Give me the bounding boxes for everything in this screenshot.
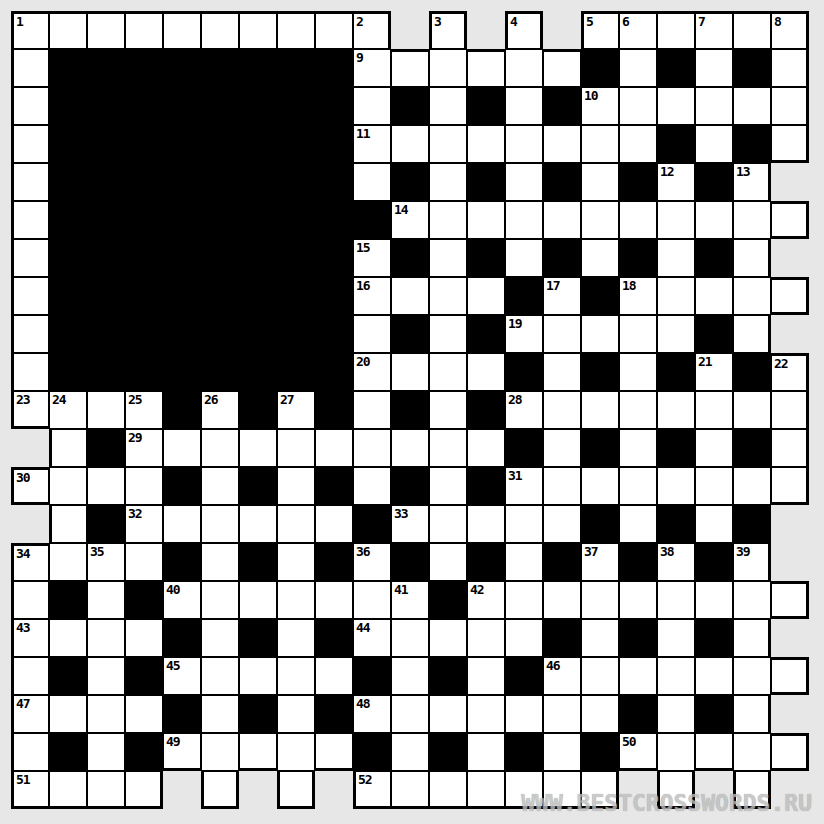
white-cell[interactable]	[581, 125, 619, 163]
white-cell[interactable]	[695, 201, 733, 239]
black-cell	[391, 315, 429, 353]
black-cell	[163, 125, 201, 163]
white-cell[interactable]	[11, 49, 49, 87]
white-cell[interactable]: 27	[277, 391, 315, 429]
white-cell[interactable]	[581, 163, 619, 201]
white-cell[interactable]	[353, 429, 391, 467]
white-cell[interactable]	[581, 619, 619, 657]
black-cell	[49, 163, 87, 201]
white-cell[interactable]: 36	[353, 543, 391, 581]
white-cell[interactable]	[391, 619, 429, 657]
clue-number: 46	[546, 658, 560, 673]
clue-number: 52	[358, 772, 372, 787]
white-cell[interactable]	[353, 87, 391, 125]
white-cell[interactable]	[201, 619, 239, 657]
white-cell[interactable]	[733, 467, 771, 505]
white-cell[interactable]	[581, 391, 619, 429]
white-cell[interactable]: 25	[125, 391, 163, 429]
white-cell[interactable]	[771, 49, 809, 87]
white-cell[interactable]	[11, 163, 49, 201]
white-cell[interactable]	[87, 657, 125, 695]
clue-number: 10	[584, 88, 598, 103]
white-cell[interactable]: 49	[163, 733, 201, 771]
white-cell[interactable]	[581, 695, 619, 733]
white-cell[interactable]	[315, 429, 353, 467]
white-cell[interactable]	[543, 429, 581, 467]
white-cell[interactable]	[277, 581, 315, 619]
clue-number: 1	[16, 14, 23, 29]
white-cell[interactable]: 24	[49, 391, 87, 429]
black-cell	[49, 733, 87, 771]
white-cell[interactable]	[49, 695, 87, 733]
white-cell[interactable]	[543, 49, 581, 87]
white-cell[interactable]	[277, 771, 315, 809]
white-cell[interactable]	[277, 11, 315, 49]
white-cell[interactable]	[87, 581, 125, 619]
white-cell[interactable]	[429, 543, 467, 581]
white-cell[interactable]	[277, 543, 315, 581]
white-cell[interactable]	[315, 11, 353, 49]
white-cell[interactable]	[201, 505, 239, 543]
white-cell[interactable]	[733, 657, 771, 695]
white-cell[interactable]	[277, 505, 315, 543]
white-cell[interactable]	[543, 733, 581, 771]
black-cell	[619, 695, 657, 733]
black-cell	[429, 657, 467, 695]
white-cell[interactable]	[505, 239, 543, 277]
white-cell[interactable]	[505, 87, 543, 125]
white-cell[interactable]	[543, 353, 581, 391]
white-cell[interactable]	[619, 391, 657, 429]
white-cell[interactable]	[11, 353, 49, 391]
white-cell[interactable]: 9	[353, 49, 391, 87]
white-cell[interactable]	[619, 49, 657, 87]
white-cell[interactable]	[695, 505, 733, 543]
white-cell[interactable]: 11	[353, 125, 391, 163]
white-cell[interactable]: 7	[695, 11, 733, 49]
white-cell[interactable]	[733, 11, 771, 49]
white-cell[interactable]	[505, 163, 543, 201]
clue-number: 13	[736, 164, 750, 179]
white-cell[interactable]	[619, 87, 657, 125]
white-cell[interactable]	[49, 619, 87, 657]
white-cell[interactable]: 32	[125, 505, 163, 543]
white-cell[interactable]	[771, 201, 809, 239]
white-cell[interactable]: 26	[201, 391, 239, 429]
white-cell[interactable]: 28	[505, 391, 543, 429]
white-cell[interactable]	[771, 657, 809, 695]
black-cell	[163, 277, 201, 315]
white-cell[interactable]: 46	[543, 657, 581, 695]
white-cell[interactable]: 52	[353, 771, 391, 809]
white-cell[interactable]	[201, 581, 239, 619]
white-cell[interactable]	[11, 239, 49, 277]
white-cell[interactable]	[733, 695, 771, 733]
white-cell[interactable]	[49, 467, 87, 505]
black-cell	[315, 201, 353, 239]
white-cell[interactable]	[657, 11, 695, 49]
black-cell	[239, 87, 277, 125]
white-cell[interactable]	[201, 467, 239, 505]
white-cell[interactable]	[467, 771, 505, 809]
white-cell[interactable]	[771, 277, 809, 315]
white-cell[interactable]	[125, 695, 163, 733]
white-cell[interactable]	[429, 391, 467, 429]
white-cell[interactable]: 13	[733, 163, 771, 201]
white-cell[interactable]: 39	[733, 543, 771, 581]
white-cell[interactable]	[11, 87, 49, 125]
white-cell[interactable]: 5	[581, 11, 619, 49]
white-cell[interactable]	[163, 429, 201, 467]
white-cell[interactable]	[619, 201, 657, 239]
white-cell[interactable]	[277, 429, 315, 467]
white-cell[interactable]	[467, 619, 505, 657]
white-cell[interactable]	[87, 11, 125, 49]
white-cell[interactable]	[581, 657, 619, 695]
white-cell[interactable]	[429, 315, 467, 353]
white-cell[interactable]	[581, 315, 619, 353]
white-cell[interactable]	[429, 125, 467, 163]
white-cell[interactable]	[695, 391, 733, 429]
white-cell[interactable]	[657, 467, 695, 505]
white-cell[interactable]	[125, 11, 163, 49]
white-cell[interactable]	[733, 239, 771, 277]
white-cell[interactable]	[695, 49, 733, 87]
black-cell	[125, 657, 163, 695]
white-cell[interactable]	[505, 543, 543, 581]
white-cell[interactable]	[239, 429, 277, 467]
white-cell[interactable]	[429, 467, 467, 505]
white-cell[interactable]	[695, 733, 733, 771]
white-cell[interactable]: 48	[353, 695, 391, 733]
white-cell[interactable]	[467, 201, 505, 239]
white-cell[interactable]	[657, 201, 695, 239]
white-cell[interactable]	[391, 125, 429, 163]
white-cell[interactable]	[771, 125, 809, 163]
white-cell[interactable]	[695, 429, 733, 467]
black-cell	[163, 239, 201, 277]
white-cell[interactable]	[201, 695, 239, 733]
white-cell[interactable]	[771, 467, 809, 505]
void-gap	[391, 11, 429, 49]
white-cell[interactable]	[49, 543, 87, 581]
black-cell	[125, 125, 163, 163]
black-cell	[239, 315, 277, 353]
white-cell[interactable]	[505, 125, 543, 163]
white-cell[interactable]	[467, 657, 505, 695]
white-cell[interactable]	[49, 11, 87, 49]
white-cell[interactable]	[771, 581, 809, 619]
white-cell[interactable]	[125, 543, 163, 581]
white-cell[interactable]: 4	[505, 11, 543, 49]
black-cell	[239, 239, 277, 277]
white-cell[interactable]	[87, 619, 125, 657]
white-cell[interactable]	[467, 353, 505, 391]
black-cell	[353, 733, 391, 771]
white-cell[interactable]	[391, 353, 429, 391]
white-cell[interactable]	[657, 581, 695, 619]
white-cell[interactable]	[543, 467, 581, 505]
white-cell[interactable]: 47	[11, 695, 49, 733]
white-cell[interactable]	[87, 733, 125, 771]
white-cell[interactable]	[581, 467, 619, 505]
white-cell[interactable]: 41	[391, 581, 429, 619]
white-cell[interactable]	[201, 11, 239, 49]
white-cell[interactable]	[581, 239, 619, 277]
white-cell[interactable]	[733, 87, 771, 125]
white-cell[interactable]	[543, 125, 581, 163]
white-cell[interactable]	[163, 11, 201, 49]
white-cell[interactable]	[49, 771, 87, 809]
white-cell[interactable]	[657, 391, 695, 429]
white-cell[interactable]	[581, 201, 619, 239]
white-cell[interactable]	[771, 391, 809, 429]
white-cell[interactable]: 30	[11, 467, 49, 505]
white-cell[interactable]: 14	[391, 201, 429, 239]
white-cell[interactable]	[315, 581, 353, 619]
white-cell[interactable]: 8	[771, 11, 809, 49]
white-cell[interactable]	[49, 505, 87, 543]
white-cell[interactable]	[543, 201, 581, 239]
white-cell[interactable]	[87, 695, 125, 733]
white-cell[interactable]	[49, 429, 87, 467]
white-cell[interactable]	[619, 353, 657, 391]
white-cell[interactable]: 40	[163, 581, 201, 619]
black-cell	[87, 353, 125, 391]
white-cell[interactable]: 22	[771, 353, 809, 391]
white-cell[interactable]	[695, 581, 733, 619]
white-cell[interactable]	[505, 581, 543, 619]
white-cell[interactable]: 35	[87, 543, 125, 581]
white-cell[interactable]	[657, 239, 695, 277]
white-cell[interactable]	[733, 733, 771, 771]
white-cell[interactable]	[11, 277, 49, 315]
white-cell[interactable]	[771, 429, 809, 467]
white-cell[interactable]	[353, 391, 391, 429]
white-cell[interactable]	[505, 201, 543, 239]
white-cell[interactable]	[429, 771, 467, 809]
white-cell[interactable]: 50	[619, 733, 657, 771]
white-cell[interactable]	[201, 543, 239, 581]
white-cell[interactable]	[733, 201, 771, 239]
white-cell[interactable]	[467, 733, 505, 771]
white-cell[interactable]	[277, 467, 315, 505]
white-cell[interactable]	[467, 429, 505, 467]
white-cell[interactable]	[277, 695, 315, 733]
white-cell[interactable]	[733, 619, 771, 657]
white-cell[interactable]	[543, 581, 581, 619]
black-cell	[733, 505, 771, 543]
clue-number: 48	[356, 696, 370, 711]
white-cell[interactable]	[277, 733, 315, 771]
white-cell[interactable]	[315, 657, 353, 695]
white-cell[interactable]	[11, 125, 49, 163]
white-cell[interactable]	[467, 49, 505, 87]
white-cell[interactable]	[315, 505, 353, 543]
white-cell[interactable]	[353, 581, 391, 619]
white-cell[interactable]	[125, 771, 163, 809]
white-cell[interactable]	[429, 201, 467, 239]
black-cell	[87, 429, 125, 467]
white-cell[interactable]	[391, 277, 429, 315]
white-cell[interactable]	[619, 125, 657, 163]
white-cell[interactable]	[201, 733, 239, 771]
white-cell[interactable]: 3	[429, 11, 467, 49]
white-cell[interactable]	[505, 505, 543, 543]
white-cell[interactable]	[619, 467, 657, 505]
white-cell[interactable]: 12	[657, 163, 695, 201]
white-cell[interactable]	[429, 277, 467, 315]
white-cell[interactable]	[619, 657, 657, 695]
white-cell[interactable]	[467, 277, 505, 315]
white-cell[interactable]	[657, 733, 695, 771]
white-cell[interactable]	[543, 695, 581, 733]
white-cell[interactable]: 51	[11, 771, 49, 809]
white-cell[interactable]	[391, 733, 429, 771]
white-cell[interactable]: 18	[619, 277, 657, 315]
white-cell[interactable]	[467, 695, 505, 733]
white-cell[interactable]	[11, 733, 49, 771]
black-cell	[315, 163, 353, 201]
white-cell[interactable]	[733, 277, 771, 315]
white-cell[interactable]: 37	[581, 543, 619, 581]
white-cell[interactable]	[315, 733, 353, 771]
white-cell[interactable]	[733, 581, 771, 619]
white-cell[interactable]	[125, 619, 163, 657]
white-cell[interactable]: 38	[657, 543, 695, 581]
black-cell	[49, 657, 87, 695]
white-cell[interactable]: 42	[467, 581, 505, 619]
white-cell[interactable]	[125, 467, 163, 505]
white-cell[interactable]	[657, 657, 695, 695]
white-cell[interactable]	[733, 391, 771, 429]
white-cell[interactable]	[771, 733, 809, 771]
white-cell[interactable]	[657, 87, 695, 125]
void-gap	[163, 771, 201, 809]
white-cell[interactable]	[429, 239, 467, 277]
clue-number: 38	[660, 544, 674, 559]
white-cell[interactable]	[277, 619, 315, 657]
white-cell[interactable]	[657, 277, 695, 315]
black-cell	[657, 49, 695, 87]
white-cell[interactable]	[619, 581, 657, 619]
white-cell[interactable]: 21	[695, 353, 733, 391]
white-cell[interactable]	[353, 315, 391, 353]
white-cell[interactable]	[391, 657, 429, 695]
white-cell[interactable]	[429, 87, 467, 125]
white-cell[interactable]	[239, 505, 277, 543]
white-cell[interactable]	[201, 657, 239, 695]
white-cell[interactable]	[505, 619, 543, 657]
white-cell[interactable]	[695, 87, 733, 125]
white-cell[interactable]: 31	[505, 467, 543, 505]
white-cell[interactable]	[467, 505, 505, 543]
white-cell[interactable]: 33	[391, 505, 429, 543]
white-cell[interactable]	[277, 657, 315, 695]
white-cell[interactable]: 6	[619, 11, 657, 49]
white-cell[interactable]	[87, 467, 125, 505]
black-cell	[581, 277, 619, 315]
white-cell[interactable]	[11, 581, 49, 619]
white-cell[interactable]	[657, 695, 695, 733]
clue-number: 30	[16, 470, 30, 485]
white-cell[interactable]	[391, 771, 429, 809]
white-cell[interactable]	[353, 163, 391, 201]
white-cell[interactable]	[11, 657, 49, 695]
white-cell[interactable]	[695, 467, 733, 505]
white-cell[interactable]	[429, 505, 467, 543]
white-cell[interactable]	[505, 695, 543, 733]
white-cell[interactable]	[695, 657, 733, 695]
white-cell[interactable]	[87, 771, 125, 809]
white-cell[interactable]	[391, 695, 429, 733]
white-cell[interactable]: 10	[581, 87, 619, 125]
white-cell[interactable]: 29	[125, 429, 163, 467]
white-cell[interactable]	[239, 733, 277, 771]
white-cell[interactable]	[467, 125, 505, 163]
white-cell[interactable]: 23	[11, 391, 49, 429]
white-cell[interactable]	[695, 125, 733, 163]
white-cell[interactable]	[201, 429, 239, 467]
white-cell[interactable]: 34	[11, 543, 49, 581]
white-cell[interactable]	[429, 163, 467, 201]
white-cell[interactable]	[619, 315, 657, 353]
white-cell[interactable]: 43	[11, 619, 49, 657]
white-cell[interactable]	[619, 505, 657, 543]
white-cell[interactable]	[657, 619, 695, 657]
white-cell[interactable]	[429, 353, 467, 391]
white-cell[interactable]: 44	[353, 619, 391, 657]
white-cell[interactable]	[429, 619, 467, 657]
white-cell[interactable]	[657, 315, 695, 353]
white-cell[interactable]	[429, 429, 467, 467]
white-cell[interactable]: 2	[353, 11, 391, 49]
white-cell[interactable]	[391, 429, 429, 467]
white-cell[interactable]: 16	[353, 277, 391, 315]
white-cell[interactable]	[429, 49, 467, 87]
white-cell[interactable]: 15	[353, 239, 391, 277]
white-cell[interactable]	[391, 49, 429, 87]
white-cell[interactable]	[163, 505, 201, 543]
white-cell[interactable]: 17	[543, 277, 581, 315]
white-cell[interactable]	[201, 771, 239, 809]
white-cell[interactable]: 45	[163, 657, 201, 695]
white-cell[interactable]	[239, 11, 277, 49]
white-cell[interactable]	[11, 201, 49, 239]
white-cell[interactable]	[619, 429, 657, 467]
white-cell[interactable]: 1	[11, 11, 49, 49]
white-cell[interactable]	[239, 657, 277, 695]
white-cell[interactable]	[581, 581, 619, 619]
white-cell[interactable]	[543, 315, 581, 353]
white-cell[interactable]	[87, 391, 125, 429]
white-cell[interactable]	[353, 467, 391, 505]
white-cell[interactable]	[11, 315, 49, 353]
white-cell[interactable]	[239, 581, 277, 619]
white-cell[interactable]	[429, 695, 467, 733]
white-cell[interactable]	[695, 277, 733, 315]
white-cell[interactable]	[543, 391, 581, 429]
black-cell	[125, 49, 163, 87]
white-cell[interactable]: 19	[505, 315, 543, 353]
black-cell	[49, 353, 87, 391]
white-cell[interactable]	[733, 315, 771, 353]
white-cell[interactable]	[543, 505, 581, 543]
clue-number: 4	[510, 14, 517, 29]
white-cell[interactable]: 20	[353, 353, 391, 391]
white-cell[interactable]	[771, 87, 809, 125]
white-cell[interactable]	[505, 49, 543, 87]
